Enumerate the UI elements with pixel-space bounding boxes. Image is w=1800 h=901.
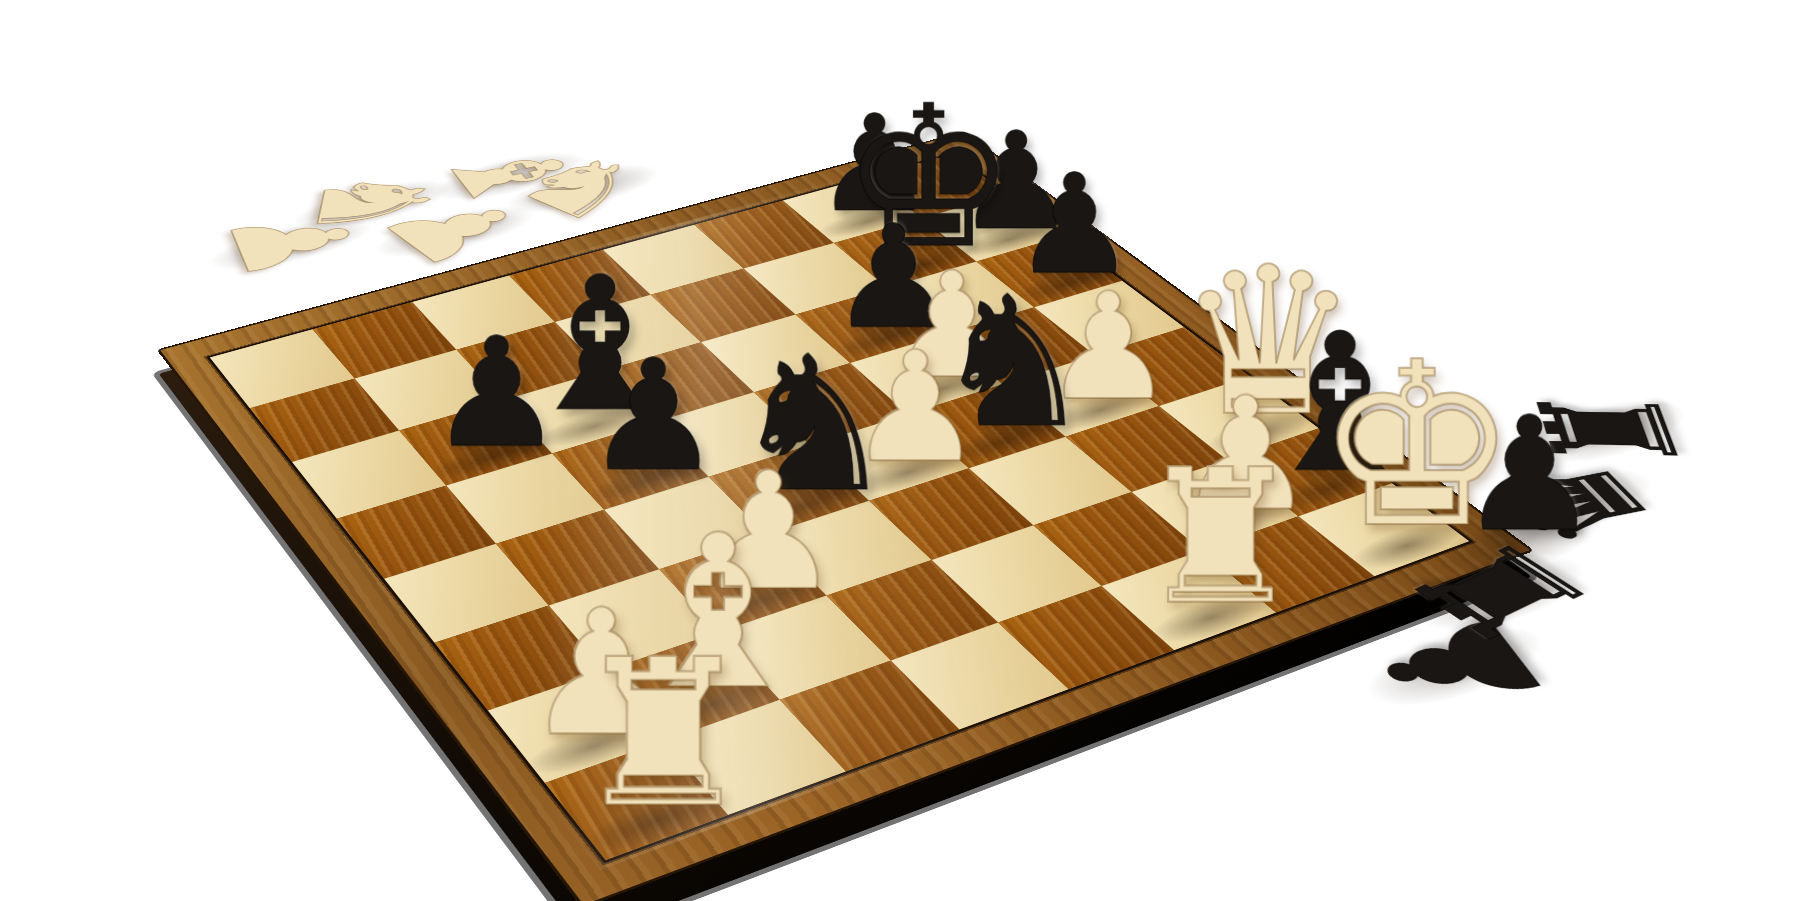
table-plane: ♟♚♟♟♝♟♟♟♟♞♟♞♟♟♛♟♝♟♝♜♜♚ ♟♞♟♝♞♟♜♟♛♜ bbox=[0, 0, 1800, 901]
chess-photo-scene: ♟♚♟♟♝♟♟♟♟♞♟♞♟♟♛♟♝♟♝♜♜♚ ♟♞♟♝♞♟♜♟♛♜ bbox=[0, 0, 1800, 901]
